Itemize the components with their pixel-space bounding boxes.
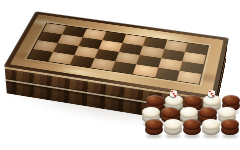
checker-brown: [146, 95, 164, 106]
checker-stack-white[interactable]: [164, 119, 182, 136]
checker-brown: [184, 95, 202, 106]
product-photo: [0, 0, 240, 150]
checker-white: [164, 119, 182, 130]
checker-brown: [161, 107, 179, 118]
checker-stack-brown[interactable]: [145, 119, 163, 136]
checker-white: [142, 107, 160, 118]
dice[interactable]: [207, 89, 215, 97]
checker-white: [218, 107, 236, 118]
checker-white: [202, 119, 220, 130]
checker-white: [180, 107, 198, 118]
checker-stack-white[interactable]: [202, 119, 220, 136]
checker-stack-brown[interactable]: [183, 119, 201, 136]
checker-brown: [222, 95, 240, 106]
checker-brown: [145, 119, 163, 130]
checker-tray: [0, 0, 240, 150]
checker-stack-brown[interactable]: [221, 119, 239, 136]
dice[interactable]: [169, 89, 177, 97]
checker-brown: [183, 119, 201, 130]
checker-brown: [221, 119, 239, 130]
checker-brown: [199, 107, 217, 118]
